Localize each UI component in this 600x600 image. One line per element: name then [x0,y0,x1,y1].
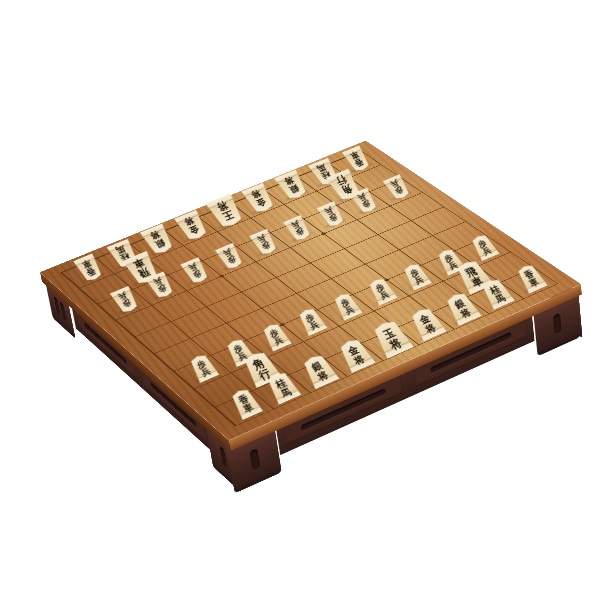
piece-kanji: 歩兵 [296,306,328,336]
leg-slot [553,313,562,335]
leg-slot [219,445,227,468]
piece-pawn-7g[interactable]: 歩兵 [260,321,293,351]
piece-lance-1i[interactable]: 香車 [514,262,548,294]
piece-kanji: 歩兵 [260,321,293,351]
piece-pawn-6g[interactable]: 歩兵 [296,306,328,336]
piece-king-5i[interactable]: 玉将 [369,317,414,358]
piece-pawn-5c[interactable]: 歩兵 [249,229,280,257]
leg-slot [249,448,260,471]
piece-pawn-9g[interactable]: 歩兵 [187,352,220,383]
piece-kanji: 王将 [205,193,246,230]
piece-kanji: 歩兵 [469,233,500,262]
piece-silver-3i[interactable]: 銀将 [442,290,482,326]
piece-kanji: 銀将 [299,352,340,390]
piece-gold-4i[interactable]: 金将 [407,305,447,342]
piece-kanji: 銀将 [274,169,310,201]
piece-gold-6i[interactable]: 金将 [335,336,375,373]
leg-slot [60,301,67,322]
piece-kanji: 香車 [514,262,548,294]
piece-kanji: 歩兵 [316,201,346,229]
piece-kanji: 香車 [72,254,104,284]
pieces-layer: 香車桂馬銀将金将王将金将銀将桂馬香車飛車角行歩兵歩兵歩兵歩兵歩兵歩兵歩兵歩兵歩兵… [40,140,581,440]
piece-kanji: 歩兵 [401,261,433,290]
piece-kanji: 金将 [335,336,375,373]
piece-kanji: 銀将 [442,290,482,326]
piece-king-5a[interactable]: 王将 [205,193,246,230]
product-photo-stage: 香車桂馬銀将金将王将金将銀将桂馬香車飛車角行歩兵歩兵歩兵歩兵歩兵歩兵歩兵歩兵歩兵… [0,0,600,600]
piece-kanji: 金将 [407,305,447,342]
piece-lance-9a[interactable]: 香車 [72,254,104,284]
piece-kanji: 歩兵 [331,291,363,321]
piece-lance-9i[interactable]: 香車 [228,387,264,421]
piece-kanji: 歩兵 [249,229,280,257]
piece-gold-6a[interactable]: 金将 [173,209,210,242]
piece-silver-3a[interactable]: 銀将 [274,169,310,201]
piece-pawn-1g[interactable]: 歩兵 [469,233,500,262]
piece-silver-7i[interactable]: 銀将 [299,352,340,390]
piece-kanji: 香車 [228,387,264,421]
piece-kanji: 玉将 [369,317,414,358]
board-surface: 香車桂馬銀将金将王将金将銀将桂馬香車飛車角行歩兵歩兵歩兵歩兵歩兵歩兵歩兵歩兵歩兵… [40,140,581,440]
piece-kanji: 歩兵 [382,174,412,201]
piece-pawn-3c[interactable]: 歩兵 [316,201,346,229]
piece-kanji: 歩兵 [187,352,220,383]
piece-pawn-1c[interactable]: 歩兵 [382,174,412,201]
piece-kanji: 歩兵 [283,215,314,243]
piece-kanji: 金将 [241,183,278,216]
piece-pawn-5g[interactable]: 歩兵 [331,291,363,321]
piece-pawn-3g[interactable]: 歩兵 [401,261,433,290]
piece-gold-4a[interactable]: 金将 [241,183,278,216]
piece-pawn-4c[interactable]: 歩兵 [283,215,314,243]
piece-kanji: 金将 [173,209,210,242]
